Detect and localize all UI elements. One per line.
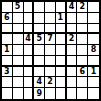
cell-r1c2-given: 5: [13, 2, 24, 13]
cell-r3c8-empty[interactable]: [77, 24, 88, 35]
given-digit: 1: [4, 46, 10, 54]
given-digit: 5: [36, 35, 42, 43]
cell-r8c5-given: 2: [45, 77, 56, 88]
cell-r6c8-empty[interactable]: [77, 56, 88, 67]
cell-r6c4-empty[interactable]: [34, 56, 45, 67]
cell-r7c6-empty[interactable]: [56, 67, 67, 78]
cell-r9c5-empty[interactable]: [45, 88, 56, 99]
cell-r7c9-given: 1: [88, 67, 99, 78]
given-digit: 4: [69, 3, 75, 11]
cell-r5c3-empty[interactable]: [24, 45, 35, 56]
cell-r4c7-given: 2: [67, 34, 78, 45]
cell-r3c2-empty[interactable]: [13, 24, 24, 35]
cell-r1c3-empty[interactable]: [24, 2, 35, 13]
cell-r7c1-given: 3: [2, 67, 13, 78]
cell-r2c6-given: 1: [56, 13, 67, 24]
cell-r3c9-empty[interactable]: [88, 24, 99, 35]
given-digit: 6: [4, 14, 10, 22]
cell-r7c4-empty[interactable]: [34, 67, 45, 78]
given-digit: 6: [80, 68, 86, 76]
cell-r7c2-empty[interactable]: [13, 67, 24, 78]
cell-r2c5-empty[interactable]: [45, 13, 56, 24]
cell-r3c6-empty[interactable]: [56, 24, 67, 35]
cell-r9c6-empty[interactable]: [56, 88, 67, 99]
cell-r7c8-given: 6: [77, 67, 88, 78]
given-digit: 2: [69, 35, 75, 43]
cell-r8c7-empty[interactable]: [67, 77, 78, 88]
cell-r4c3-given: 4: [24, 34, 35, 45]
cell-r1c5-empty[interactable]: [45, 2, 56, 13]
cell-r4c5-given: 7: [45, 34, 56, 45]
sudoku-board: 54261457218361429: [0, 0, 101, 101]
cell-r7c3-empty[interactable]: [24, 67, 35, 78]
given-digit: 1: [57, 14, 63, 22]
cell-r3c3-empty[interactable]: [24, 24, 35, 35]
cell-r8c3-empty[interactable]: [24, 77, 35, 88]
cell-r8c9-empty[interactable]: [88, 77, 99, 88]
given-digit: 2: [47, 78, 53, 86]
cell-r8c8-empty[interactable]: [77, 77, 88, 88]
cell-r2c1-given: 6: [2, 13, 13, 24]
given-digit: 1: [91, 68, 97, 76]
cell-r9c7-empty[interactable]: [67, 88, 78, 99]
cell-r8c4-given: 4: [34, 77, 45, 88]
cell-r5c2-empty[interactable]: [13, 45, 24, 56]
cell-r6c6-empty[interactable]: [56, 56, 67, 67]
cell-r6c2-empty[interactable]: [13, 56, 24, 67]
given-digit: 7: [47, 35, 53, 43]
cell-r8c6-empty[interactable]: [56, 77, 67, 88]
cell-r2c9-empty[interactable]: [88, 13, 99, 24]
cell-r4c6-empty[interactable]: [56, 34, 67, 45]
cell-r4c4-given: 5: [34, 34, 45, 45]
cell-r1c6-empty[interactable]: [56, 2, 67, 13]
cell-r4c2-empty[interactable]: [13, 34, 24, 45]
cell-r8c1-empty[interactable]: [2, 77, 13, 88]
cell-r3c7-empty[interactable]: [67, 24, 78, 35]
cell-r2c7-empty[interactable]: [67, 13, 78, 24]
cell-r6c3-empty[interactable]: [24, 56, 35, 67]
cell-r1c1-empty[interactable]: [2, 2, 13, 13]
cell-r6c1-empty[interactable]: [2, 56, 13, 67]
cell-r2c2-empty[interactable]: [13, 13, 24, 24]
cell-r9c9-empty[interactable]: [88, 88, 99, 99]
cell-r5c9-given: 8: [88, 45, 99, 56]
cell-r3c5-empty[interactable]: [45, 24, 56, 35]
cell-r7c7-empty[interactable]: [67, 67, 78, 78]
cell-r1c7-given: 4: [67, 2, 78, 13]
cell-r9c8-empty[interactable]: [77, 88, 88, 99]
cell-r4c8-empty[interactable]: [77, 34, 88, 45]
cell-r6c9-empty[interactable]: [88, 56, 99, 67]
cell-r5c5-empty[interactable]: [45, 45, 56, 56]
given-digit: 2: [80, 3, 86, 11]
cell-r5c4-empty[interactable]: [34, 45, 45, 56]
given-digit: 4: [25, 35, 31, 43]
cell-r7c5-empty[interactable]: [45, 67, 56, 78]
cell-r2c3-empty[interactable]: [24, 13, 35, 24]
given-digit: 4: [36, 78, 42, 86]
cell-r3c4-empty[interactable]: [34, 24, 45, 35]
cell-r5c6-empty[interactable]: [56, 45, 67, 56]
cell-r2c8-empty[interactable]: [77, 13, 88, 24]
cell-r5c7-empty[interactable]: [67, 45, 78, 56]
cell-r1c4-empty[interactable]: [34, 2, 45, 13]
cell-r6c5-empty[interactable]: [45, 56, 56, 67]
given-digit: 3: [4, 68, 10, 76]
cell-r1c8-given: 2: [77, 2, 88, 13]
cell-r9c4-given: 9: [34, 88, 45, 99]
cell-r2c4-empty[interactable]: [34, 13, 45, 24]
cell-r9c3-empty[interactable]: [24, 88, 35, 99]
cell-r6c7-empty[interactable]: [67, 56, 78, 67]
cell-r9c1-empty[interactable]: [2, 88, 13, 99]
cell-r3c1-empty[interactable]: [2, 24, 13, 35]
given-digit: 8: [91, 46, 97, 54]
given-digit: 9: [36, 90, 42, 98]
cell-r9c2-empty[interactable]: [13, 88, 24, 99]
given-digit: 5: [15, 3, 21, 11]
cell-r4c1-empty[interactable]: [2, 34, 13, 45]
cell-r5c8-empty[interactable]: [77, 45, 88, 56]
cell-r4c9-empty[interactable]: [88, 34, 99, 45]
cell-r8c2-empty[interactable]: [13, 77, 24, 88]
cell-r5c1-given: 1: [2, 45, 13, 56]
cell-r1c9-empty[interactable]: [88, 2, 99, 13]
